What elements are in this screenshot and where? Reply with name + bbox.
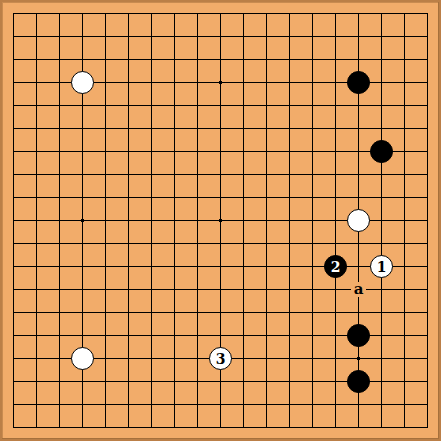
intersection-R7 <box>370 278 393 301</box>
intersection-T11 <box>416 186 439 209</box>
intersection-H12 <box>163 163 186 186</box>
intersection-C12 <box>48 163 71 186</box>
intersection-G18 <box>140 25 163 48</box>
intersection-B18 <box>25 25 48 48</box>
intersection-K5 <box>209 324 232 347</box>
intersection-G1 <box>140 416 163 439</box>
intersection-P17 <box>324 48 347 71</box>
intersection-T14 <box>416 117 439 140</box>
intersection-P15 <box>324 94 347 117</box>
go-board-grid: 21a3 <box>2 2 439 439</box>
intersection-R11 <box>370 186 393 209</box>
intersection-D11 <box>71 186 94 209</box>
intersection-M9 <box>255 232 278 255</box>
intersection-B6 <box>25 301 48 324</box>
intersection-L15 <box>232 94 255 117</box>
intersection-A7 <box>2 278 25 301</box>
intersection-R18 <box>370 25 393 48</box>
intersection-T4 <box>416 347 439 370</box>
intersection-M17 <box>255 48 278 71</box>
intersection-Q18 <box>347 25 370 48</box>
intersection-C16 <box>48 71 71 94</box>
intersection-B15 <box>25 94 48 117</box>
intersection-K9 <box>209 232 232 255</box>
intersection-T1 <box>416 416 439 439</box>
intersection-D1 <box>71 416 94 439</box>
intersection-A4 <box>2 347 25 370</box>
intersection-T13 <box>416 140 439 163</box>
intersection-N12 <box>278 163 301 186</box>
intersection-O6 <box>301 301 324 324</box>
intersection-L6 <box>232 301 255 324</box>
intersection-B8 <box>25 255 48 278</box>
intersection-H14 <box>163 117 186 140</box>
intersection-L19 <box>232 2 255 25</box>
intersection-K7 <box>209 278 232 301</box>
intersection-O11 <box>301 186 324 209</box>
intersection-M6 <box>255 301 278 324</box>
intersection-H6 <box>163 301 186 324</box>
intersection-R3 <box>370 370 393 393</box>
intersection-L2 <box>232 393 255 416</box>
intersection-L16 <box>232 71 255 94</box>
intersection-L8 <box>232 255 255 278</box>
intersection-Q12 <box>347 163 370 186</box>
intersection-M5 <box>255 324 278 347</box>
intersection-T17 <box>416 48 439 71</box>
intersection-F13 <box>117 140 140 163</box>
intersection-J13 <box>186 140 209 163</box>
intersection-R15 <box>370 94 393 117</box>
intersection-B7 <box>25 278 48 301</box>
intersection-K12 <box>209 163 232 186</box>
intersection-H1 <box>163 416 186 439</box>
intersection-P1 <box>324 416 347 439</box>
intersection-H10 <box>163 209 186 232</box>
intersection-A2 <box>2 393 25 416</box>
intersection-K3 <box>209 370 232 393</box>
intersection-C10 <box>48 209 71 232</box>
intersection-E3 <box>94 370 117 393</box>
intersection-J6 <box>186 301 209 324</box>
intersection-H11 <box>163 186 186 209</box>
intersection-C1 <box>48 416 71 439</box>
intersection-N11 <box>278 186 301 209</box>
intersection-L5 <box>232 324 255 347</box>
intersection-F17 <box>117 48 140 71</box>
intersection-K6 <box>209 301 232 324</box>
intersection-J2 <box>186 393 209 416</box>
intersection-A11 <box>2 186 25 209</box>
intersection-S4 <box>393 347 416 370</box>
intersection-K14 <box>209 117 232 140</box>
intersection-G11 <box>140 186 163 209</box>
intersection-B17 <box>25 48 48 71</box>
intersection-J14 <box>186 117 209 140</box>
point-label-a: a <box>351 282 366 297</box>
intersection-B14 <box>25 117 48 140</box>
intersection-D14 <box>71 117 94 140</box>
intersection-P6 <box>324 301 347 324</box>
intersection-G10 <box>140 209 163 232</box>
intersection-T18 <box>416 25 439 48</box>
intersection-R2 <box>370 393 393 416</box>
intersection-C18 <box>48 25 71 48</box>
intersection-O10 <box>301 209 324 232</box>
intersection-M2 <box>255 393 278 416</box>
intersection-D19 <box>71 2 94 25</box>
intersection-J9 <box>186 232 209 255</box>
intersection-J16 <box>186 71 209 94</box>
intersection-R14 <box>370 117 393 140</box>
intersection-Q2 <box>347 393 370 416</box>
intersection-K17 <box>209 48 232 71</box>
intersection-A9 <box>2 232 25 255</box>
intersection-H2 <box>163 393 186 416</box>
intersection-S13 <box>393 140 416 163</box>
intersection-J17 <box>186 48 209 71</box>
intersection-B1 <box>25 416 48 439</box>
intersection-G7 <box>140 278 163 301</box>
intersection-A12 <box>2 163 25 186</box>
star-point-K16 <box>219 81 222 84</box>
white-stone-D4 <box>71 347 94 370</box>
intersection-F19 <box>117 2 140 25</box>
intersection-C17 <box>48 48 71 71</box>
intersection-D13 <box>71 140 94 163</box>
intersection-R10 <box>370 209 393 232</box>
intersection-Q13 <box>347 140 370 163</box>
intersection-C9 <box>48 232 71 255</box>
star-point-Q4 <box>357 357 360 360</box>
intersection-D3 <box>71 370 94 393</box>
intersection-A1 <box>2 416 25 439</box>
intersection-Q15 <box>347 94 370 117</box>
intersection-L11 <box>232 186 255 209</box>
intersection-P4 <box>324 347 347 370</box>
intersection-J4 <box>186 347 209 370</box>
intersection-O1 <box>301 416 324 439</box>
intersection-M13 <box>255 140 278 163</box>
intersection-N8 <box>278 255 301 278</box>
intersection-C2 <box>48 393 71 416</box>
intersection-H4 <box>163 347 186 370</box>
intersection-H8 <box>163 255 186 278</box>
intersection-S14 <box>393 117 416 140</box>
intersection-D10 <box>71 209 94 232</box>
intersection-S12 <box>393 163 416 186</box>
intersection-O18 <box>301 25 324 48</box>
intersection-S10 <box>393 209 416 232</box>
intersection-K11 <box>209 186 232 209</box>
intersection-J12 <box>186 163 209 186</box>
intersection-T15 <box>416 94 439 117</box>
intersection-O15 <box>301 94 324 117</box>
intersection-S17 <box>393 48 416 71</box>
black-stone-Q3 <box>347 370 370 393</box>
intersection-K13 <box>209 140 232 163</box>
intersection-S18 <box>393 25 416 48</box>
intersection-J7 <box>186 278 209 301</box>
intersection-M12 <box>255 163 278 186</box>
intersection-P9 <box>324 232 347 255</box>
intersection-T6 <box>416 301 439 324</box>
intersection-S8 <box>393 255 416 278</box>
intersection-Q14 <box>347 117 370 140</box>
intersection-D15 <box>71 94 94 117</box>
black-stone-Q16 <box>347 71 370 94</box>
intersection-O3 <box>301 370 324 393</box>
intersection-B9 <box>25 232 48 255</box>
intersection-M19 <box>255 2 278 25</box>
intersection-P18 <box>324 25 347 48</box>
intersection-E6 <box>94 301 117 324</box>
star-point-D10 <box>81 219 84 222</box>
intersection-F12 <box>117 163 140 186</box>
intersection-E16 <box>94 71 117 94</box>
intersection-G2 <box>140 393 163 416</box>
intersection-C7 <box>48 278 71 301</box>
intersection-L7 <box>232 278 255 301</box>
intersection-Q6 <box>347 301 370 324</box>
intersection-J19 <box>186 2 209 25</box>
intersection-Q8 <box>347 255 370 278</box>
intersection-N4 <box>278 347 301 370</box>
intersection-H15 <box>163 94 186 117</box>
intersection-G6 <box>140 301 163 324</box>
intersection-N15 <box>278 94 301 117</box>
intersection-S5 <box>393 324 416 347</box>
intersection-J8 <box>186 255 209 278</box>
intersection-K4: 3 <box>209 347 232 370</box>
intersection-T3 <box>416 370 439 393</box>
intersection-M3 <box>255 370 278 393</box>
intersection-E5 <box>94 324 117 347</box>
intersection-M16 <box>255 71 278 94</box>
intersection-C3 <box>48 370 71 393</box>
intersection-E14 <box>94 117 117 140</box>
intersection-E2 <box>94 393 117 416</box>
intersection-B4 <box>25 347 48 370</box>
intersection-C6 <box>48 301 71 324</box>
intersection-N3 <box>278 370 301 393</box>
white-stone-R8: 1 <box>370 255 393 278</box>
intersection-N16 <box>278 71 301 94</box>
intersection-A16 <box>2 71 25 94</box>
intersection-F2 <box>117 393 140 416</box>
intersection-N7 <box>278 278 301 301</box>
intersection-M18 <box>255 25 278 48</box>
intersection-H16 <box>163 71 186 94</box>
intersection-F6 <box>117 301 140 324</box>
intersection-F15 <box>117 94 140 117</box>
intersection-D12 <box>71 163 94 186</box>
intersection-P12 <box>324 163 347 186</box>
intersection-H3 <box>163 370 186 393</box>
intersection-E11 <box>94 186 117 209</box>
intersection-E18 <box>94 25 117 48</box>
intersection-H17 <box>163 48 186 71</box>
intersection-P14 <box>324 117 347 140</box>
intersection-N18 <box>278 25 301 48</box>
intersection-B5 <box>25 324 48 347</box>
intersection-N2 <box>278 393 301 416</box>
intersection-T2 <box>416 393 439 416</box>
intersection-L13 <box>232 140 255 163</box>
intersection-O2 <box>301 393 324 416</box>
intersection-J5 <box>186 324 209 347</box>
intersection-R13 <box>370 140 393 163</box>
intersection-G14 <box>140 117 163 140</box>
intersection-S7 <box>393 278 416 301</box>
intersection-O16 <box>301 71 324 94</box>
intersection-R8: 1 <box>370 255 393 278</box>
intersection-G5 <box>140 324 163 347</box>
intersection-E10 <box>94 209 117 232</box>
intersection-K1 <box>209 416 232 439</box>
go-board: 21a3 <box>0 0 441 441</box>
black-stone-R13 <box>370 140 393 163</box>
intersection-F1 <box>117 416 140 439</box>
intersection-T10 <box>416 209 439 232</box>
intersection-M4 <box>255 347 278 370</box>
intersection-F9 <box>117 232 140 255</box>
intersection-K16 <box>209 71 232 94</box>
intersection-S19 <box>393 2 416 25</box>
intersection-C11 <box>48 186 71 209</box>
intersection-A10 <box>2 209 25 232</box>
intersection-S11 <box>393 186 416 209</box>
intersection-D17 <box>71 48 94 71</box>
intersection-P2 <box>324 393 347 416</box>
intersection-L1 <box>232 416 255 439</box>
intersection-G8 <box>140 255 163 278</box>
intersection-S15 <box>393 94 416 117</box>
intersection-N10 <box>278 209 301 232</box>
intersection-G4 <box>140 347 163 370</box>
intersection-O19 <box>301 2 324 25</box>
intersection-F5 <box>117 324 140 347</box>
intersection-C4 <box>48 347 71 370</box>
intersection-E7 <box>94 278 117 301</box>
intersection-Q9 <box>347 232 370 255</box>
intersection-Q10 <box>347 209 370 232</box>
intersection-H18 <box>163 25 186 48</box>
intersection-O9 <box>301 232 324 255</box>
intersection-T12 <box>416 163 439 186</box>
intersection-E8 <box>94 255 117 278</box>
intersection-A3 <box>2 370 25 393</box>
intersection-O5 <box>301 324 324 347</box>
intersection-P19 <box>324 2 347 25</box>
intersection-D16 <box>71 71 94 94</box>
intersection-D5 <box>71 324 94 347</box>
intersection-M8 <box>255 255 278 278</box>
intersection-P10 <box>324 209 347 232</box>
intersection-Q1 <box>347 416 370 439</box>
intersection-K10 <box>209 209 232 232</box>
intersection-B11 <box>25 186 48 209</box>
intersection-A18 <box>2 25 25 48</box>
intersection-F4 <box>117 347 140 370</box>
intersection-S1 <box>393 416 416 439</box>
intersection-P11 <box>324 186 347 209</box>
intersection-J15 <box>186 94 209 117</box>
intersection-L17 <box>232 48 255 71</box>
intersection-N13 <box>278 140 301 163</box>
white-stone-D16 <box>71 71 94 94</box>
intersection-G13 <box>140 140 163 163</box>
intersection-D2 <box>71 393 94 416</box>
intersection-H7 <box>163 278 186 301</box>
intersection-A5 <box>2 324 25 347</box>
intersection-E4 <box>94 347 117 370</box>
intersection-P7 <box>324 278 347 301</box>
intersection-Q4 <box>347 347 370 370</box>
intersection-S9 <box>393 232 416 255</box>
intersection-H5 <box>163 324 186 347</box>
intersection-J1 <box>186 416 209 439</box>
intersection-E15 <box>94 94 117 117</box>
intersection-S2 <box>393 393 416 416</box>
black-stone-P8: 2 <box>324 255 347 278</box>
intersection-T5 <box>416 324 439 347</box>
intersection-M11 <box>255 186 278 209</box>
intersection-T19 <box>416 2 439 25</box>
intersection-R1 <box>370 416 393 439</box>
intersection-K19 <box>209 2 232 25</box>
star-point-K10 <box>219 219 222 222</box>
intersection-F11 <box>117 186 140 209</box>
intersection-O12 <box>301 163 324 186</box>
intersection-T7 <box>416 278 439 301</box>
intersection-L12 <box>232 163 255 186</box>
intersection-L9 <box>232 232 255 255</box>
intersection-E19 <box>94 2 117 25</box>
intersection-A8 <box>2 255 25 278</box>
intersection-P16 <box>324 71 347 94</box>
intersection-B19 <box>25 2 48 25</box>
intersection-G15 <box>140 94 163 117</box>
intersection-H19 <box>163 2 186 25</box>
intersection-N1 <box>278 416 301 439</box>
intersection-K2 <box>209 393 232 416</box>
intersection-D8 <box>71 255 94 278</box>
intersection-O8 <box>301 255 324 278</box>
intersection-M10 <box>255 209 278 232</box>
intersection-G12 <box>140 163 163 186</box>
intersection-B12 <box>25 163 48 186</box>
intersection-J11 <box>186 186 209 209</box>
intersection-R6 <box>370 301 393 324</box>
intersection-S16 <box>393 71 416 94</box>
intersection-H13 <box>163 140 186 163</box>
intersection-L10 <box>232 209 255 232</box>
intersection-P8: 2 <box>324 255 347 278</box>
intersection-P3 <box>324 370 347 393</box>
intersection-A19 <box>2 2 25 25</box>
intersection-K8 <box>209 255 232 278</box>
intersection-Q7: a <box>347 278 370 301</box>
intersection-G3 <box>140 370 163 393</box>
intersection-O13 <box>301 140 324 163</box>
intersection-B2 <box>25 393 48 416</box>
intersection-E9 <box>94 232 117 255</box>
intersection-C15 <box>48 94 71 117</box>
intersection-Q16 <box>347 71 370 94</box>
intersection-Q3 <box>347 370 370 393</box>
intersection-O4 <box>301 347 324 370</box>
